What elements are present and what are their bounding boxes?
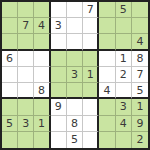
cell-r3c7[interactable] [99,34,115,50]
cell-r7c9[interactable]: 1 [132,99,148,115]
cell-r4c1[interactable]: 6 [2,51,18,67]
cell-r3c4[interactable] [51,34,67,50]
cell-r8c7[interactable] [99,116,115,132]
cell-r6c7[interactable]: 4 [99,83,115,99]
cell-r9c6[interactable] [83,132,99,148]
cell-r6c8[interactable] [116,83,132,99]
cell-r2c1[interactable] [2,18,18,34]
cell-r4c2[interactable] [18,51,34,67]
cell-r5c4[interactable] [51,67,67,83]
cell-r1c2[interactable] [18,2,34,18]
cell-r3c5[interactable] [67,34,83,50]
cell-r2c5[interactable] [67,18,83,34]
cell-r7c5[interactable] [67,99,83,115]
cell-r3c2[interactable] [18,34,34,50]
cell-r1c8[interactable]: 5 [116,2,132,18]
cell-r6c1[interactable] [2,83,18,99]
cell-r2c2[interactable]: 7 [18,18,34,34]
cell-r4c8[interactable]: 1 [116,51,132,67]
cell-r5c9[interactable]: 7 [132,67,148,83]
cell-r7c1[interactable] [2,99,18,115]
cell-r4c3[interactable] [34,51,50,67]
cell-r7c4[interactable]: 9 [51,99,67,115]
cell-r9c8[interactable] [116,132,132,148]
cell-r1c6[interactable]: 7 [83,2,99,18]
cell-r5c3[interactable] [34,67,50,83]
cell-r2c7[interactable] [99,18,115,34]
cell-r1c1[interactable] [2,2,18,18]
cell-r3c3[interactable] [34,34,50,50]
cell-r9c9[interactable]: 2 [132,132,148,148]
cell-r8c1[interactable]: 5 [2,116,18,132]
cell-r6c2[interactable] [18,83,34,99]
cell-r4c6[interactable] [83,51,99,67]
cell-r1c9[interactable] [132,2,148,18]
cell-r3c1[interactable] [2,34,18,50]
cell-r2c3[interactable]: 4 [34,18,50,34]
cell-r6c9[interactable]: 5 [132,83,148,99]
cell-r7c3[interactable] [34,99,50,115]
cell-r2c6[interactable] [83,18,99,34]
cell-r2c4[interactable]: 3 [51,18,67,34]
cell-r1c7[interactable] [99,2,115,18]
cell-r7c8[interactable]: 3 [116,99,132,115]
cell-r5c7[interactable] [99,67,115,83]
cell-r9c1[interactable] [2,132,18,148]
cell-r9c3[interactable] [34,132,50,148]
cell-r4c7[interactable] [99,51,115,67]
cell-r8c5[interactable]: 8 [67,116,83,132]
cell-r5c8[interactable]: 2 [116,67,132,83]
cell-r4c9[interactable]: 8 [132,51,148,67]
cell-r6c3[interactable]: 8 [34,83,50,99]
cell-r5c1[interactable] [2,67,18,83]
cell-r6c5[interactable] [67,83,83,99]
sudoku-board: 757434618312784593153184952 [0,0,150,150]
cell-r1c4[interactable] [51,2,67,18]
cell-r4c5[interactable] [67,51,83,67]
cell-r2c9[interactable] [132,18,148,34]
cell-r5c5[interactable]: 3 [67,67,83,83]
cell-r6c4[interactable] [51,83,67,99]
cell-r2c8[interactable] [116,18,132,34]
cell-r3c9[interactable]: 4 [132,34,148,50]
cell-r5c6[interactable]: 1 [83,67,99,83]
cell-r8c3[interactable]: 1 [34,116,50,132]
cell-r3c8[interactable] [116,34,132,50]
cell-r8c8[interactable]: 4 [116,116,132,132]
cell-r9c4[interactable] [51,132,67,148]
cell-r8c9[interactable]: 9 [132,116,148,132]
cell-r8c6[interactable] [83,116,99,132]
cell-r8c4[interactable] [51,116,67,132]
cell-r4c4[interactable] [51,51,67,67]
cell-r9c7[interactable] [99,132,115,148]
cell-r3c6[interactable] [83,34,99,50]
cell-r1c3[interactable] [34,2,50,18]
cell-r9c2[interactable] [18,132,34,148]
cell-r9c5[interactable]: 5 [67,132,83,148]
cell-r7c2[interactable] [18,99,34,115]
cell-r1c5[interactable] [67,2,83,18]
cell-r5c2[interactable] [18,67,34,83]
cell-r6c6[interactable] [83,83,99,99]
cell-r7c6[interactable] [83,99,99,115]
cell-r8c2[interactable]: 3 [18,116,34,132]
cell-r7c7[interactable] [99,99,115,115]
